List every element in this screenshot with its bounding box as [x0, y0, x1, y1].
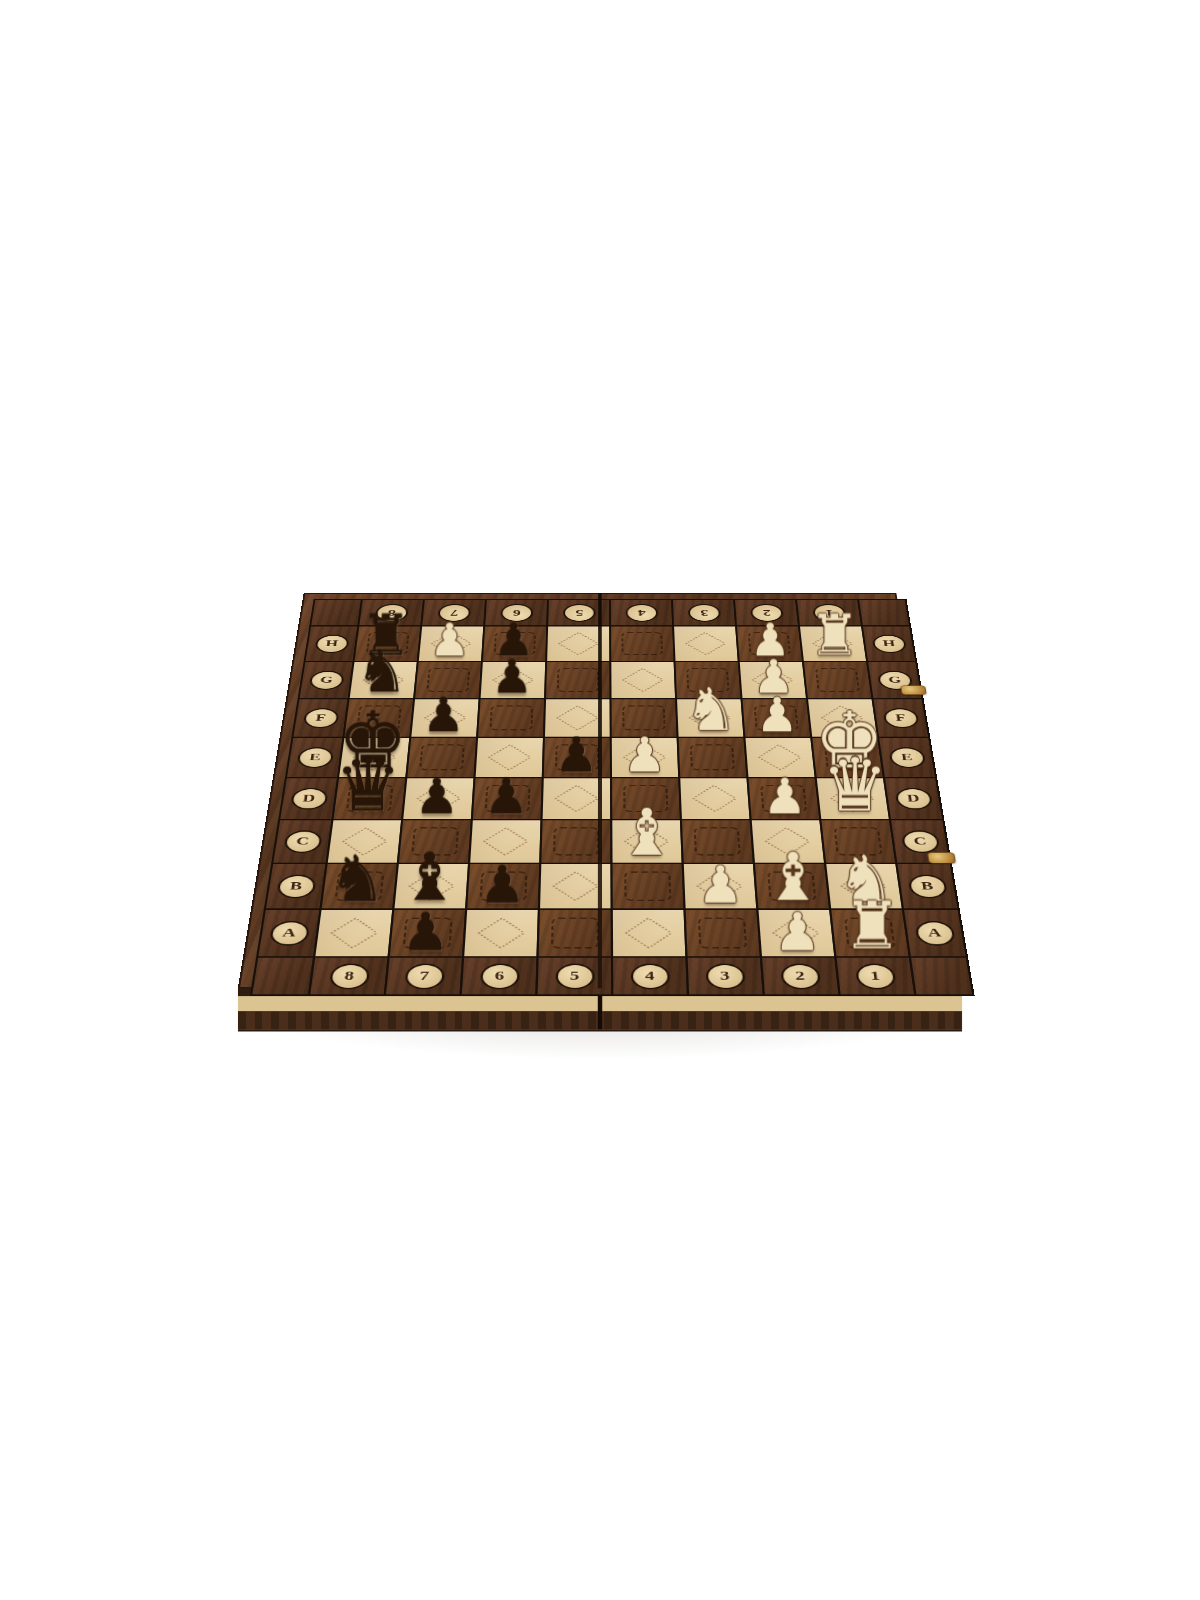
coord-label: 6	[500, 604, 533, 622]
white-pawn-icon: ♟	[698, 859, 744, 910]
coord-number-front-7: 7	[386, 958, 462, 995]
frame-corner	[859, 600, 909, 625]
piece-white-bishop-c4[interactable]: ♝	[612, 820, 681, 863]
coord-letter-D-left: D	[280, 778, 337, 819]
coord-label: F	[302, 708, 339, 728]
square-d3[interactable]	[680, 778, 749, 819]
black-pawn-icon: ♟	[485, 771, 529, 820]
black-knight-icon: ♞	[329, 846, 386, 910]
chess-board[interactable]: 87654321HHGGFFEEDDCCBBAA87654321 ♞♛♚♞♜♟♝…	[238, 593, 963, 989]
coord-label: 7	[437, 604, 471, 622]
coord-label: 8	[328, 963, 370, 989]
coord-label: 5	[555, 963, 594, 989]
coord-number-front-3: 3	[688, 958, 763, 995]
piece-white-rook-a1[interactable]: ♜	[831, 910, 908, 956]
coord-label: H	[871, 634, 907, 652]
coord-label: D	[290, 788, 329, 810]
coord-number-back-4: 4	[611, 600, 672, 625]
frame-corner	[911, 958, 972, 995]
coord-label: 4	[625, 604, 658, 622]
coord-number-front-4: 4	[613, 958, 687, 995]
square-g4[interactable]	[611, 662, 675, 698]
coord-label: 2	[750, 604, 784, 622]
coord-label: 1	[854, 963, 896, 989]
piece-black-pawn-a7[interactable]: ♟	[390, 910, 465, 956]
coord-label: C	[283, 830, 323, 853]
coord-label: F	[882, 708, 919, 728]
coord-label: B	[907, 874, 948, 898]
coord-label: 4	[630, 963, 669, 989]
coord-label: C	[900, 830, 940, 853]
white-bishop-icon: ♝	[618, 800, 676, 865]
white-rook-icon: ♜	[843, 893, 902, 959]
fold-seam	[598, 593, 602, 989]
coord-label: B	[276, 874, 317, 898]
white-pawn-icon: ♟	[624, 730, 667, 778]
product-photo: 87654321HHGGFFEEDDCCBBAA87654321 ♞♛♚♞♜♟♝…	[0, 0, 1200, 1600]
coord-letter-H-left: H	[306, 626, 358, 661]
coord-label: 3	[705, 963, 745, 989]
square-h4[interactable]	[611, 626, 674, 661]
white-pawn-icon: ♟	[774, 905, 821, 957]
piece-white-queen-d1[interactable]: ♛	[817, 778, 889, 819]
coord-letter-E-left: E	[287, 738, 342, 777]
square-g1[interactable]	[804, 662, 872, 698]
coord-number-front-2: 2	[762, 958, 838, 995]
piece-black-queen-d8[interactable]: ♛	[334, 778, 406, 819]
coord-label: 3	[687, 604, 720, 622]
coord-number-front-1: 1	[837, 958, 915, 995]
coord-letter-D-right: D	[885, 778, 942, 819]
coord-number-front-8: 8	[310, 958, 387, 995]
black-pawn-icon: ♟	[403, 905, 450, 957]
board-frame: 87654321HHGGFFEEDDCCBBAA87654321 ♞♛♚♞♜♟♝…	[238, 593, 963, 989]
coord-label: G	[308, 670, 344, 689]
black-pawn-icon: ♟	[555, 730, 598, 778]
coord-letter-A-left: A	[258, 910, 319, 956]
square-b4[interactable]	[613, 864, 684, 908]
piece-black-knight-b8[interactable]: ♞	[322, 864, 397, 908]
black-pawn-icon: ♟	[480, 859, 526, 910]
coord-label: 7	[404, 963, 445, 989]
coord-letter-A-right: A	[904, 910, 965, 956]
coord-label: A	[268, 921, 310, 946]
coord-label: E	[296, 747, 334, 768]
coord-label: 2	[780, 963, 821, 989]
black-queen-icon: ♛	[335, 748, 401, 822]
square-f6[interactable]	[478, 699, 544, 737]
square-a4[interactable]	[613, 910, 686, 956]
piece-white-pawn-a2[interactable]: ♟	[759, 910, 835, 956]
coord-letter-G-right: G	[868, 662, 921, 698]
white-queen-icon: ♛	[822, 748, 888, 822]
coord-label: 6	[479, 963, 519, 989]
coord-letter-H-right: H	[863, 626, 915, 661]
black-pawn-icon: ♟	[415, 771, 459, 820]
coord-letter-C-left: C	[273, 820, 331, 863]
square-a3[interactable]	[686, 910, 760, 956]
coord-letter-G-left: G	[300, 662, 353, 698]
coord-label: 5	[563, 604, 595, 622]
scene: 87654321HHGGFFEEDDCCBBAA87654321 ♞♛♚♞♜♟♝…	[0, 455, 1200, 1095]
frame-corner	[252, 958, 313, 995]
frame-corner	[311, 600, 361, 625]
square-a6[interactable]	[464, 910, 538, 956]
coord-label: E	[888, 747, 926, 768]
white-pawn-icon: ♟	[763, 771, 807, 820]
square-h3[interactable]	[674, 626, 738, 661]
coord-label: D	[894, 788, 933, 810]
coord-label: A	[914, 921, 956, 946]
square-a8[interactable]	[315, 910, 392, 956]
coord-number-back-3: 3	[673, 600, 735, 625]
coord-label: H	[314, 634, 349, 652]
coord-number-front-6: 6	[462, 958, 537, 995]
square-e3[interactable]	[679, 738, 747, 777]
coord-letter-B-right: B	[898, 864, 958, 908]
coord-letter-B-left: B	[266, 864, 325, 908]
